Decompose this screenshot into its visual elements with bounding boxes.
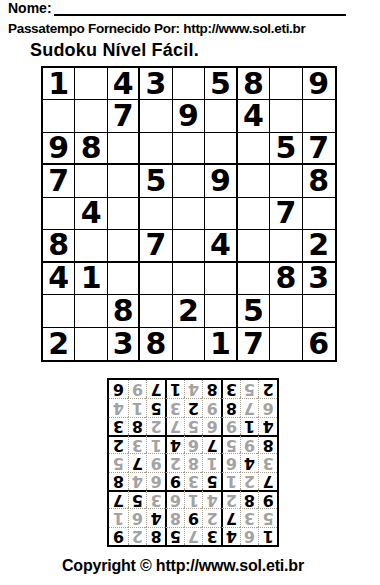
puzzle-cell-r8c3: 8 (108, 295, 140, 327)
page-title: Sudoku Nível Fácil. (30, 40, 199, 61)
puzzle-cell-r4c2 (75, 165, 107, 197)
puzzle-cell-r1c3: 4 (108, 68, 140, 100)
solution-cell-r3c8: 5 (128, 490, 147, 508)
solution-cell-r9c6: 1 (165, 380, 184, 398)
puzzle-cell-r7c7 (238, 263, 270, 295)
solution-cell-r4c8: 4 (128, 472, 147, 490)
solution-cell-r5c2: 4 (240, 453, 259, 471)
solution-cell-r1c6: 5 (165, 527, 184, 545)
puzzle-cell-r1c4: 3 (140, 68, 172, 100)
puzzle-cell-r5c2: 4 (75, 198, 107, 230)
solution-cell-r7c9: 3 (109, 417, 128, 435)
puzzle-cell-r4c5 (173, 165, 205, 197)
puzzle-cell-r9c6: 1 (205, 328, 237, 360)
puzzle-cell-r2c7: 4 (238, 100, 270, 132)
solution-cell-r4c5: 3 (184, 472, 203, 490)
puzzle-cell-r7c3 (108, 263, 140, 295)
sudoku-puzzle-grid: 143589794985775984787424183825238176 (41, 66, 337, 362)
solution-cell-r5c5: 8 (184, 453, 203, 471)
puzzle-cell-r8c2 (75, 295, 107, 327)
solution-cell-r2c7: 4 (146, 508, 165, 526)
puzzle-cell-r9c7: 7 (238, 328, 270, 360)
name-blank-line (54, 1, 346, 16)
sudoku-worksheet-page: Nome: Passatempo Fornecido Por: http://w… (0, 0, 380, 585)
puzzle-cell-r4c4: 5 (140, 165, 172, 197)
puzzle-cell-r3c3 (108, 133, 140, 165)
puzzle-cell-r7c6 (205, 263, 237, 295)
puzzle-cell-r5c4 (140, 198, 172, 230)
solution-cell-r6c8: 3 (128, 435, 147, 453)
puzzle-cell-r8c6 (205, 295, 237, 327)
solution-cell-r6c3: 5 (221, 435, 240, 453)
puzzle-cell-r5c5 (173, 198, 205, 230)
puzzle-cell-r5c1 (43, 198, 75, 230)
solution-cell-r7c7: 2 (146, 417, 165, 435)
puzzle-cell-r6c1: 8 (43, 230, 75, 262)
solution-cell-r2c3: 7 (221, 508, 240, 526)
solution-cell-r9c5: 4 (184, 380, 203, 398)
solution-cell-r3c9: 7 (109, 490, 128, 508)
solution-cell-r5c4: 1 (202, 453, 221, 471)
puzzle-cell-r3c9: 7 (303, 133, 335, 165)
solution-cell-r4c9: 8 (109, 472, 128, 490)
solution-cell-r2c8: 6 (128, 508, 147, 526)
solution-cell-r8c4: 9 (202, 398, 221, 416)
solution-cell-r1c2: 6 (240, 527, 259, 545)
solution-cell-r1c5: 7 (184, 527, 203, 545)
puzzle-cell-r1c9: 9 (303, 68, 335, 100)
solution-cell-r6c1: 8 (258, 435, 277, 453)
solution-cell-r2c2: 3 (240, 508, 259, 526)
solution-cell-r8c3: 8 (221, 398, 240, 416)
puzzle-cell-r4c3 (108, 165, 140, 197)
puzzle-cell-r9c2 (75, 328, 107, 360)
puzzle-cell-r9c9: 6 (303, 328, 335, 360)
puzzle-cell-r8c9 (303, 295, 335, 327)
solution-cell-r7c8: 8 (128, 417, 147, 435)
puzzle-cell-r8c5: 2 (173, 295, 205, 327)
puzzle-cell-r2c6 (205, 100, 237, 132)
puzzle-cell-r3c6 (205, 133, 237, 165)
solution-cell-r7c4: 6 (202, 417, 221, 435)
puzzle-cell-r3c8: 5 (270, 133, 302, 165)
solution-cell-r6c7: 1 (146, 435, 165, 453)
puzzle-cell-r6c5 (173, 230, 205, 262)
puzzle-cell-r1c1: 1 (43, 68, 75, 100)
puzzle-cell-r5c7 (238, 198, 270, 230)
solution-cell-r8c2: 7 (240, 398, 259, 416)
puzzle-cell-r1c6: 5 (205, 68, 237, 100)
solution-cell-r6c9: 2 (109, 435, 128, 453)
solution-cell-r3c1: 9 (258, 490, 277, 508)
solution-cell-r3c6: 6 (165, 490, 184, 508)
solution-cell-r2c1: 5 (258, 508, 277, 526)
solution-cell-r6c6: 4 (165, 435, 184, 453)
solution-cell-r4c4: 5 (202, 472, 221, 490)
solution-cell-r8c5: 2 (184, 398, 203, 416)
solution-cell-r8c9: 4 (109, 398, 128, 416)
solution-cell-r1c9: 9 (109, 527, 128, 545)
solution-cell-r9c1: 2 (258, 380, 277, 398)
solution-cell-r4c7: 6 (146, 472, 165, 490)
puzzle-cell-r7c8: 8 (270, 263, 302, 295)
solution-cell-r5c3: 6 (221, 453, 240, 471)
solution-cell-r8c8: 1 (128, 398, 147, 416)
puzzle-cell-r7c9: 3 (303, 263, 335, 295)
puzzle-cell-r6c8 (270, 230, 302, 262)
solution-cell-r6c2: 9 (240, 435, 259, 453)
solution-cell-r2c6: 8 (165, 508, 184, 526)
puzzle-cell-r3c5 (173, 133, 205, 165)
puzzle-cell-r9c3: 3 (108, 328, 140, 360)
solution-cell-r2c9: 1 (109, 508, 128, 526)
solution-cell-r4c6: 9 (165, 472, 184, 490)
solution-cell-r9c9: 6 (109, 380, 128, 398)
name-row: Nome: (8, 1, 346, 16)
solution-cell-r4c1: 7 (258, 472, 277, 490)
puzzle-cell-r1c5 (173, 68, 205, 100)
puzzle-cell-r6c7 (238, 230, 270, 262)
puzzle-cell-r8c1 (43, 295, 75, 327)
solution-cell-r9c3: 3 (221, 380, 240, 398)
solution-cell-r2c5: 9 (184, 508, 203, 526)
solution-cell-r5c1: 3 (258, 453, 277, 471)
puzzle-cell-r7c2: 1 (75, 263, 107, 295)
puzzle-cell-r9c1: 2 (43, 328, 75, 360)
puzzle-cell-r2c5: 9 (173, 100, 205, 132)
solution-cell-r7c3: 9 (221, 417, 240, 435)
solution-cell-r1c7: 8 (146, 527, 165, 545)
puzzle-cell-r1c2 (75, 68, 107, 100)
puzzle-cell-r2c9 (303, 100, 335, 132)
solution-cell-r2c4: 2 (202, 508, 221, 526)
puzzle-cell-r4c1: 7 (43, 165, 75, 197)
solution-cell-r9c7: 7 (146, 380, 165, 398)
puzzle-cell-r5c9 (303, 198, 335, 230)
puzzle-cell-r7c1: 4 (43, 263, 75, 295)
puzzle-cell-r1c8 (270, 68, 302, 100)
solution-cell-r1c1: 1 (258, 527, 277, 545)
solution-cell-r8c6: 3 (165, 398, 184, 416)
puzzle-cell-r2c4 (140, 100, 172, 132)
solution-cell-r1c8: 2 (128, 527, 147, 545)
puzzle-cell-r3c2: 8 (75, 133, 107, 165)
solution-cell-r4c3: 1 (221, 472, 240, 490)
puzzle-cell-r9c5 (173, 328, 205, 360)
puzzle-cell-r6c9: 2 (303, 230, 335, 262)
solution-cell-r3c2: 8 (240, 490, 259, 508)
solution-cell-r3c7: 3 (146, 490, 165, 508)
solution-cell-r3c4: 4 (202, 490, 221, 508)
puzzle-cell-r2c1 (43, 100, 75, 132)
puzzle-cell-r2c2 (75, 100, 107, 132)
puzzle-cell-r3c7 (238, 133, 270, 165)
solution-cell-r8c7: 5 (146, 398, 165, 416)
solution-cell-r3c3: 2 (221, 490, 240, 508)
puzzle-cell-r2c3: 7 (108, 100, 140, 132)
solution-cell-r6c4: 7 (202, 435, 221, 453)
puzzle-cell-r6c3 (108, 230, 140, 262)
puzzle-cell-r1c7: 8 (238, 68, 270, 100)
name-label: Nome: (8, 1, 52, 16)
puzzle-cell-r5c8: 7 (270, 198, 302, 230)
solution-cell-r9c2: 5 (240, 380, 259, 398)
solution-cell-r1c4: 3 (202, 527, 221, 545)
solution-cell-r7c6: 7 (165, 417, 184, 435)
solution-cell-r8c1: 6 (258, 398, 277, 416)
solution-cell-r5c9: 5 (109, 453, 128, 471)
puzzle-cell-r5c3 (108, 198, 140, 230)
puzzle-cell-r4c7 (238, 165, 270, 197)
solution-cell-r7c1: 4 (258, 417, 277, 435)
solution-cell-r9c8: 9 (128, 380, 147, 398)
solution-cell-r4c2: 2 (240, 472, 259, 490)
puzzle-cell-r6c2 (75, 230, 107, 262)
puzzle-cell-r7c5 (173, 263, 205, 295)
provider-text: Passatempo Fornecido Por: http://www.sol… (8, 21, 372, 36)
puzzle-cell-r8c7: 5 (238, 295, 270, 327)
puzzle-cell-r3c4 (140, 133, 172, 165)
puzzle-cell-r4c6: 9 (205, 165, 237, 197)
puzzle-cell-r3c1: 9 (43, 133, 75, 165)
solution-cell-r5c8: 7 (128, 453, 147, 471)
solution-cell-r1c3: 4 (221, 527, 240, 545)
solution-cell-r7c5: 5 (184, 417, 203, 435)
puzzle-cell-r7c4 (140, 263, 172, 295)
puzzle-cell-r9c4: 8 (140, 328, 172, 360)
puzzle-cell-r8c8 (270, 295, 302, 327)
puzzle-cell-r9c8 (270, 328, 302, 360)
puzzle-cell-r5c6 (205, 198, 237, 230)
puzzle-cell-r6c4: 7 (140, 230, 172, 262)
sudoku-solution-grid-rotated-180: 1643758295372984619824163577215396483461… (107, 378, 279, 547)
puzzle-cell-r6c6: 4 (205, 230, 237, 262)
puzzle-cell-r2c8 (270, 100, 302, 132)
solution-cell-r7c2: 1 (240, 417, 259, 435)
solution-cell-r6c5: 6 (184, 435, 203, 453)
solution-cell-r5c7: 9 (146, 453, 165, 471)
copyright-text: Copyright © http://www.sol.eti.br (62, 557, 304, 575)
solution-cell-r3c5: 1 (184, 490, 203, 508)
solution-cell-r9c4: 8 (202, 380, 221, 398)
puzzle-cell-r4c8 (270, 165, 302, 197)
puzzle-cell-r8c4 (140, 295, 172, 327)
puzzle-cell-r4c9: 8 (303, 165, 335, 197)
solution-cell-r5c6: 2 (165, 453, 184, 471)
